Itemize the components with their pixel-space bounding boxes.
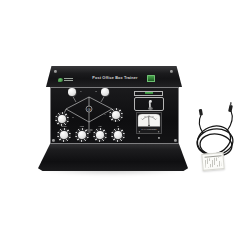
meter-label: GALVANOMETER bbox=[141, 128, 157, 130]
terminal-post[interactable] bbox=[138, 137, 140, 139]
screw-icon bbox=[52, 139, 55, 142]
knob-arm-r[interactable] bbox=[55, 112, 69, 126]
photo-scene: Post Office Box Trainer G P Q R X bbox=[0, 0, 250, 250]
lead-wire bbox=[199, 115, 203, 133]
galvanometer-symbol: G bbox=[87, 107, 90, 112]
knob-cap bbox=[96, 131, 104, 139]
decade-label: x10 bbox=[95, 125, 105, 128]
knob-cap bbox=[58, 115, 66, 123]
decade-label: x1000 bbox=[59, 125, 69, 128]
knob-arm-x[interactable] bbox=[109, 108, 123, 122]
knob-cap bbox=[114, 131, 122, 139]
spec-tag bbox=[201, 152, 224, 171]
device-title: Post Office Box Trainer bbox=[92, 75, 137, 80]
tag-print-stripes bbox=[205, 157, 222, 167]
green-indicator bbox=[145, 92, 153, 94]
lead-wire bbox=[227, 111, 232, 131]
banana-plug-icon bbox=[199, 109, 203, 116]
switch-panel bbox=[134, 97, 164, 111]
decade-label: x100 bbox=[77, 125, 87, 128]
knob-arm-q[interactable] bbox=[101, 88, 110, 97]
brand-logo-icon bbox=[58, 76, 76, 83]
arm-label-r: R bbox=[68, 116, 78, 119]
indicator-window bbox=[134, 91, 163, 96]
knob-cap bbox=[101, 88, 108, 95]
arm-label-x: X bbox=[100, 113, 110, 116]
case-lid: Post Office Box Trainer bbox=[46, 66, 182, 87]
terminal-post[interactable] bbox=[158, 137, 160, 139]
knob-cap bbox=[60, 131, 68, 139]
screw-icon bbox=[174, 139, 177, 142]
knob-decade-100[interactable] bbox=[75, 128, 89, 142]
screw-icon bbox=[54, 70, 57, 73]
logo-text-lines bbox=[64, 78, 73, 81]
power-indicator bbox=[147, 75, 155, 82]
knob-cap bbox=[78, 131, 86, 139]
galvanometer: GALVANOMETER bbox=[136, 112, 162, 134]
knob-decade-1000[interactable] bbox=[57, 128, 71, 142]
toggle-tip bbox=[149, 100, 152, 103]
arm-label-p: P bbox=[76, 90, 86, 93]
knob-decade-1[interactable] bbox=[111, 128, 125, 142]
decade-label: x1 bbox=[113, 125, 123, 128]
arm-label-q: Q bbox=[91, 90, 101, 93]
knob-cap bbox=[112, 111, 120, 119]
banana-plug-icon bbox=[228, 105, 233, 113]
knob-cap bbox=[68, 88, 75, 95]
toggle-base bbox=[148, 107, 153, 110]
leaf-icon bbox=[58, 78, 63, 82]
case-base bbox=[38, 144, 188, 171]
screw-icon bbox=[170, 70, 173, 73]
knob-decade-10[interactable] bbox=[93, 128, 107, 142]
toggle-switch[interactable] bbox=[148, 101, 153, 110]
